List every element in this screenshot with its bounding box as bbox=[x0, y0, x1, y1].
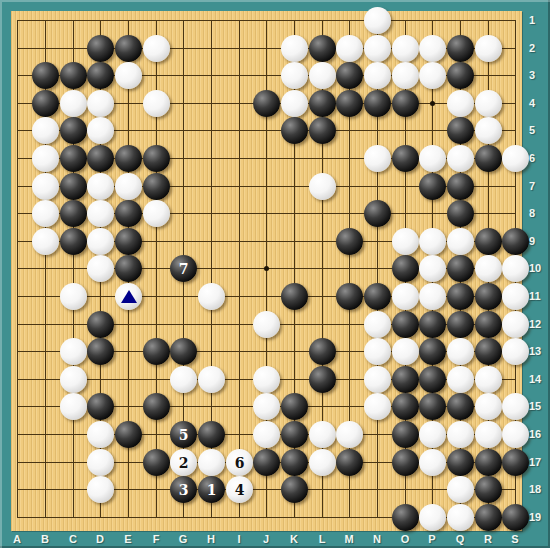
row-label-6: 6 bbox=[529, 152, 550, 164]
row-label-11: 11 bbox=[529, 290, 550, 302]
row-label-13: 13 bbox=[529, 345, 550, 357]
column-label-D: D bbox=[89, 533, 111, 545]
row-label-9: 9 bbox=[529, 235, 550, 247]
row-label-12: 12 bbox=[529, 318, 550, 330]
column-label-E: E bbox=[117, 533, 139, 545]
column-label-Q: Q bbox=[449, 533, 471, 545]
column-label-I: I bbox=[228, 533, 250, 545]
row-label-1: 1 bbox=[529, 14, 550, 26]
column-label-P: P bbox=[421, 533, 443, 545]
column-label-S: S bbox=[504, 533, 526, 545]
row-label-15: 15 bbox=[529, 400, 550, 412]
column-label-R: R bbox=[477, 533, 499, 545]
row-label-2: 2 bbox=[529, 42, 550, 54]
row-label-5: 5 bbox=[529, 124, 550, 136]
column-label-G: G bbox=[172, 533, 194, 545]
row-label-17: 17 bbox=[529, 456, 550, 468]
column-label-H: H bbox=[200, 533, 222, 545]
row-label-7: 7 bbox=[529, 180, 550, 192]
go-board[interactable] bbox=[11, 11, 522, 531]
row-label-4: 4 bbox=[529, 97, 550, 109]
column-label-L: L bbox=[311, 533, 333, 545]
row-label-10: 10 bbox=[529, 262, 550, 274]
column-label-A: A bbox=[6, 533, 28, 545]
column-label-N: N bbox=[366, 533, 388, 545]
column-label-O: O bbox=[394, 533, 416, 545]
go-app-window: 7526314ABCDEFGHIJKLMNOPQRS12345678910111… bbox=[0, 0, 550, 548]
row-label-19: 19 bbox=[529, 511, 550, 523]
column-label-K: K bbox=[283, 533, 305, 545]
column-label-B: B bbox=[34, 533, 56, 545]
row-label-8: 8 bbox=[529, 207, 550, 219]
row-label-18: 18 bbox=[529, 483, 550, 495]
column-label-J: J bbox=[255, 533, 277, 545]
column-label-M: M bbox=[338, 533, 360, 545]
column-label-F: F bbox=[145, 533, 167, 545]
row-label-3: 3 bbox=[529, 69, 550, 81]
row-label-14: 14 bbox=[529, 373, 550, 385]
column-label-C: C bbox=[62, 533, 84, 545]
row-label-16: 16 bbox=[529, 428, 550, 440]
